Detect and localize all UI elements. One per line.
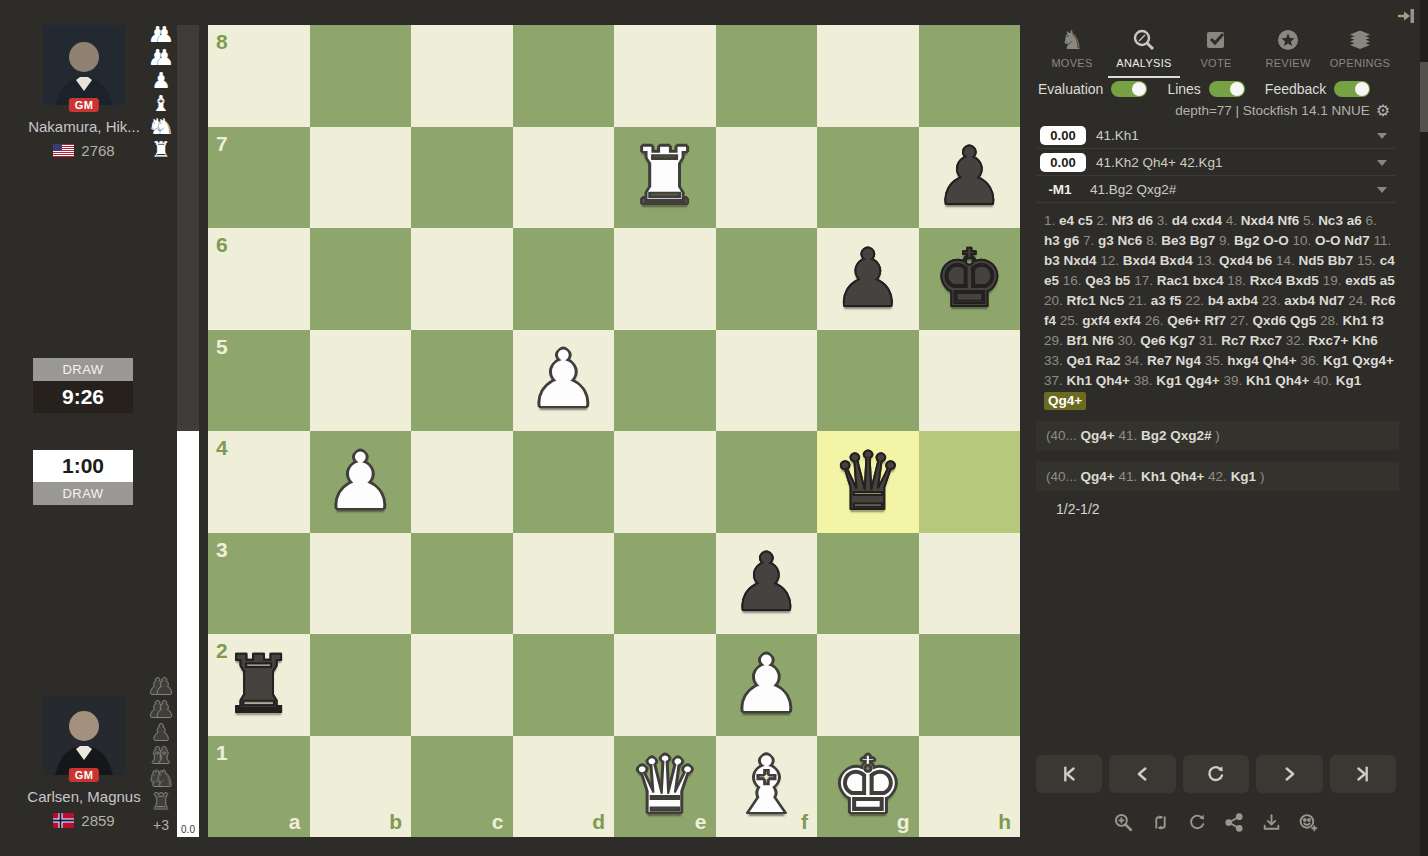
tab-moves[interactable]: ♞ MOVES xyxy=(1036,28,1108,78)
move-number: 19. xyxy=(1323,273,1346,288)
engine-status: depth=77 | Stockfish 14.1 NNUE ⚙ xyxy=(1175,101,1390,120)
move-white-11[interactable]: b3 xyxy=(1044,253,1060,268)
square-a8[interactable]: 8 xyxy=(208,25,310,127)
move-number: 1. xyxy=(1044,213,1059,228)
collapse-panel-button[interactable] xyxy=(1396,7,1416,25)
captured-rx1: ♜ xyxy=(151,139,171,160)
chevron-down-icon[interactable] xyxy=(1377,187,1387,193)
captured-px2: ♟♟ xyxy=(148,47,174,68)
file-label-h: h xyxy=(998,810,1011,834)
tab-analysis[interactable]: ANALYSIS xyxy=(1108,28,1180,78)
move-number: 2. xyxy=(1097,213,1112,228)
move-black-21[interactable]: f5 xyxy=(1169,293,1181,308)
engine-line-2[interactable]: 0.0041.Kh2 Qh4+ 42.Kg1 xyxy=(1036,149,1396,176)
square-d4[interactable] xyxy=(513,431,615,533)
move-black-30[interactable]: Kg7 xyxy=(1169,333,1195,348)
move-black-23[interactable]: Nd7 xyxy=(1319,293,1345,308)
square-g1[interactable]: g♚ xyxy=(817,736,919,838)
square-g3[interactable] xyxy=(817,533,919,635)
move-white-37[interactable]: Kh1 xyxy=(1067,373,1093,388)
move-black-26[interactable]: Rf7 xyxy=(1204,313,1226,328)
variation-line-2[interactable]: (40... Qg4+ 41. Kh1 Qh4+ 42. Kg1 ) xyxy=(1036,462,1399,491)
move-white-39[interactable]: Kh1 xyxy=(1246,373,1272,388)
move-number: 13. xyxy=(1196,253,1219,268)
move-number: 22. xyxy=(1185,293,1208,308)
player-bottom-avatar[interactable]: GM xyxy=(43,695,125,775)
move-black-25[interactable]: exf4 xyxy=(1114,313,1141,328)
move-number: 28. xyxy=(1320,313,1343,328)
square-c6[interactable] xyxy=(411,228,513,330)
move-white-5[interactable]: Nc3 xyxy=(1318,213,1343,228)
gm-badge: GM xyxy=(69,98,99,112)
piece-bR-a2[interactable]: ♜ xyxy=(208,634,310,736)
move-number: 10. xyxy=(1293,233,1316,248)
player-top-avatar[interactable]: GM xyxy=(43,25,125,105)
square-c2[interactable] xyxy=(411,634,513,736)
move-number: 15. xyxy=(1357,253,1380,268)
first-move-button[interactable] xyxy=(1036,755,1102,793)
move-white-3[interactable]: d4 xyxy=(1172,213,1188,228)
material-advantage: +3 xyxy=(143,817,179,833)
move-black-16[interactable]: b5 xyxy=(1115,273,1131,288)
square-a3[interactable]: 3 xyxy=(208,533,310,635)
square-d6[interactable] xyxy=(513,228,615,330)
move-white-6[interactable]: h3 xyxy=(1044,233,1060,248)
move-white-34[interactable]: Re7 xyxy=(1147,353,1172,368)
move-number: 18. xyxy=(1227,273,1250,288)
rank-label-4: 4 xyxy=(216,436,228,460)
move-black-11[interactable]: Nxd4 xyxy=(1064,253,1097,268)
move-black-36[interactable]: Qxg4+ xyxy=(1352,353,1394,368)
engine-line-1[interactable]: 0.0041.Kh1 xyxy=(1036,122,1396,149)
move-black-34[interactable]: Ng4 xyxy=(1175,353,1201,368)
square-b8[interactable] xyxy=(310,25,412,127)
square-c4[interactable] xyxy=(411,431,513,533)
move-white-1[interactable]: e4 xyxy=(1059,213,1074,228)
next-move-button[interactable] xyxy=(1256,755,1322,793)
square-c8[interactable] xyxy=(411,25,513,127)
clock-group-top: DRAW 9:26 xyxy=(33,358,133,413)
square-a5[interactable]: 5 xyxy=(208,330,310,432)
square-f3[interactable]: ♟ xyxy=(716,533,818,635)
move-navigation xyxy=(1036,755,1396,793)
move-number: 36. xyxy=(1300,353,1323,368)
share-icon[interactable] xyxy=(1223,810,1247,834)
move-number: 27. xyxy=(1230,313,1253,328)
square-g5[interactable] xyxy=(817,330,919,432)
file-label-b: b xyxy=(389,810,402,834)
square-d3[interactable] xyxy=(513,533,615,635)
piece-wK-g1[interactable]: ♚ xyxy=(817,736,919,838)
feedback-toggle[interactable] xyxy=(1334,81,1370,97)
reload-button[interactable] xyxy=(1183,755,1249,793)
move-black-24[interactable]: f4 xyxy=(1044,313,1056,328)
square-b6[interactable] xyxy=(310,228,412,330)
variation-number[interactable]: (40... xyxy=(1046,428,1081,443)
move-white-31[interactable]: Rc7 xyxy=(1221,333,1246,348)
chevron-down-icon[interactable] xyxy=(1377,133,1387,139)
move-number: 30. xyxy=(1118,333,1141,348)
move-white-28[interactable]: Kh1 xyxy=(1343,313,1369,328)
variation-line-1[interactable]: (40... Qg4+ 41. Bg2 Qxg2# ) xyxy=(1036,421,1399,450)
rank-label-6: 6 xyxy=(216,233,228,257)
move-black-5[interactable]: a6 xyxy=(1347,213,1362,228)
variation-number[interactable]: ) xyxy=(1260,469,1265,484)
square-a4[interactable]: 4 xyxy=(208,431,310,533)
variation-number[interactable]: 41. xyxy=(1118,469,1141,484)
norway-flag-icon xyxy=(53,813,74,828)
piece-wP-b4[interactable]: ♟ xyxy=(310,431,412,533)
avatar-photo-placeholder xyxy=(43,25,125,105)
move-black-22[interactable]: axb4 xyxy=(1227,293,1258,308)
move-number: 16. xyxy=(1063,273,1086,288)
move-number: 8. xyxy=(1146,233,1161,248)
move-number: 29. xyxy=(1044,333,1067,348)
move-white-20[interactable]: Rfc1 xyxy=(1067,293,1096,308)
move-black-31[interactable]: Rxc7 xyxy=(1250,333,1282,348)
captured-nx2: ♞♞ xyxy=(148,768,174,789)
rank-label-3: 3 xyxy=(216,538,228,562)
square-h2[interactable] xyxy=(919,634,1021,736)
variation-move[interactable]: Qg4+ xyxy=(1081,469,1119,484)
move-black-3[interactable]: cxd4 xyxy=(1191,213,1222,228)
clock-top: 9:26 xyxy=(33,381,133,413)
square-c3[interactable] xyxy=(411,533,513,635)
move-white-10[interactable]: O-O xyxy=(1315,233,1341,248)
move-white-19[interactable]: exd5 xyxy=(1345,273,1376,288)
tab-review[interactable]: REVIEW xyxy=(1252,28,1324,78)
square-b5[interactable] xyxy=(310,330,412,432)
move-white-27[interactable]: Qxd6 xyxy=(1252,313,1286,328)
piece-bQ-g4[interactable]: ♛ xyxy=(817,431,919,533)
lines-toggle[interactable] xyxy=(1209,81,1245,97)
move-black-13[interactable]: b6 xyxy=(1256,253,1272,268)
piece-wP-d5[interactable]: ♟ xyxy=(513,330,615,432)
square-f8[interactable] xyxy=(716,25,818,127)
square-h1[interactable]: h xyxy=(919,736,1021,838)
draw-offer-button-top[interactable]: DRAW xyxy=(33,358,133,381)
us-flag-icon xyxy=(53,144,74,157)
last-move-button[interactable] xyxy=(1330,755,1396,793)
move-black-14[interactable]: Bb7 xyxy=(1328,253,1354,268)
move-number: 38. xyxy=(1134,373,1157,388)
square-f4[interactable] xyxy=(716,431,818,533)
square-b7[interactable] xyxy=(310,127,412,229)
chevron-down-icon[interactable] xyxy=(1377,160,1387,166)
engine-line-3[interactable]: -M141.Bg2 Qxg2# xyxy=(1036,176,1396,203)
move-white-35[interactable]: hxg4 xyxy=(1227,353,1259,368)
move-number: 9. xyxy=(1219,233,1234,248)
piece-wR-e7[interactable]: ♜ xyxy=(614,127,716,229)
captured-px2: ♟♟ xyxy=(148,699,174,720)
move-black-28[interactable]: f3 xyxy=(1372,313,1384,328)
move-white-4[interactable]: Nxd4 xyxy=(1241,213,1274,228)
evaluation-bar-black-half xyxy=(177,25,199,431)
move-black-7[interactable]: Nc6 xyxy=(1118,233,1143,248)
game-result: 1/2-1/2 xyxy=(1056,501,1100,517)
square-d5[interactable]: ♟ xyxy=(513,330,615,432)
move-black-40[interactable]: Qg4+ xyxy=(1044,392,1086,410)
move-black-32[interactable]: Kh6 xyxy=(1352,333,1378,348)
move-white-16[interactable]: Qe3 xyxy=(1085,273,1111,288)
move-white-29[interactable]: Bf1 xyxy=(1067,333,1089,348)
square-h4[interactable] xyxy=(919,431,1021,533)
move-white-18[interactable]: Rxc4 xyxy=(1250,273,1282,288)
square-a7[interactable]: 7 xyxy=(208,127,310,229)
captured-pieces-bottom: ♟♟♟♟♟♝♝♞♞♜ xyxy=(143,676,179,812)
square-h3[interactable] xyxy=(919,533,1021,635)
move-white-33[interactable]: Qe1 xyxy=(1067,353,1093,368)
piece-bP-h7[interactable]: ♟ xyxy=(919,127,1021,229)
move-number: 5. xyxy=(1303,213,1318,228)
move-white-38[interactable]: Kg1 xyxy=(1156,373,1182,388)
piece-bK-h6[interactable]: ♚ xyxy=(919,228,1021,330)
move-black-12[interactable]: Bxd4 xyxy=(1160,253,1193,268)
square-e7[interactable]: ♜ xyxy=(614,127,716,229)
variation-move[interactable]: Kg1 xyxy=(1231,469,1260,484)
square-b1[interactable]: b xyxy=(310,736,412,838)
move-black-8[interactable]: Bg7 xyxy=(1190,233,1216,248)
previous-move-button[interactable] xyxy=(1109,755,1175,793)
square-c1[interactable]: c xyxy=(411,736,513,838)
square-h6[interactable]: ♚ xyxy=(919,228,1021,330)
move-number: 14. xyxy=(1276,253,1299,268)
evaluation-toggle[interactable] xyxy=(1111,81,1147,97)
analysis-panel: ♞ MOVES ANALYSIS VOTE REVIEW xyxy=(1036,0,1396,856)
panel-tabs: ♞ MOVES ANALYSIS VOTE REVIEW xyxy=(1036,28,1396,78)
analysis-zoom-icon[interactable] xyxy=(1112,810,1136,834)
square-e1[interactable]: e♛ xyxy=(614,736,716,838)
captured-bx2: ♝♝ xyxy=(148,745,174,766)
square-d7[interactable] xyxy=(513,127,615,229)
move-black-19[interactable]: a5 xyxy=(1380,273,1395,288)
move-number: 17. xyxy=(1134,273,1157,288)
move-white-21[interactable]: a3 xyxy=(1151,293,1166,308)
piece-bP-f3[interactable]: ♟ xyxy=(716,533,818,635)
move-white-9[interactable]: Bg2 xyxy=(1234,233,1260,248)
move-white-24[interactable]: Rc6 xyxy=(1371,293,1396,308)
file-label-a: a xyxy=(289,810,301,834)
square-d2[interactable] xyxy=(513,634,615,736)
move-number: 20. xyxy=(1044,293,1067,308)
square-e5[interactable] xyxy=(614,330,716,432)
move-white-36[interactable]: Kg1 xyxy=(1323,353,1349,368)
square-b2[interactable] xyxy=(310,634,412,736)
variation-move[interactable]: Kh1 Qh4+ xyxy=(1141,469,1208,484)
books-stack-icon xyxy=(1347,28,1373,52)
toggle-label-evaluation: Evaluation xyxy=(1038,81,1103,97)
captured-px1: ♟ xyxy=(151,70,171,91)
move-number: 6. xyxy=(1365,213,1376,228)
square-c5[interactable] xyxy=(411,330,513,432)
move-number: 23. xyxy=(1262,293,1285,308)
rank-label-8: 8 xyxy=(216,30,228,54)
move-black-29[interactable]: Nf6 xyxy=(1092,333,1114,348)
move-white-17[interactable]: Rac1 xyxy=(1157,273,1189,288)
square-g6[interactable]: ♟ xyxy=(817,228,919,330)
avatar-photo-placeholder xyxy=(43,695,125,775)
move-white-7[interactable]: g3 xyxy=(1098,233,1114,248)
move-black-15[interactable]: e5 xyxy=(1044,273,1059,288)
captured-bx1: ♝ xyxy=(151,93,171,114)
move-number: 12. xyxy=(1100,253,1123,268)
piece-wP-f2[interactable]: ♟ xyxy=(716,634,818,736)
square-h5[interactable] xyxy=(919,330,1021,432)
square-a2[interactable]: 2♜ xyxy=(208,634,310,736)
engine-settings-gear-icon[interactable]: ⚙ xyxy=(1376,101,1390,120)
move-number: 11. xyxy=(1374,233,1392,248)
move-black-6[interactable]: g6 xyxy=(1064,233,1080,248)
move-black-20[interactable]: Nc5 xyxy=(1100,293,1125,308)
move-white-23[interactable]: axb4 xyxy=(1284,293,1315,308)
rank-label-7: 7 xyxy=(216,132,228,156)
move-number: 3. xyxy=(1157,213,1172,228)
captured-nx2: ♞♞ xyxy=(148,116,174,137)
variation-number[interactable]: (40... xyxy=(1046,469,1081,484)
square-h8[interactable] xyxy=(919,25,1021,127)
move-black-4[interactable]: Nf6 xyxy=(1278,213,1300,228)
move-number: 25. xyxy=(1060,313,1083,328)
square-e6[interactable] xyxy=(614,228,716,330)
square-a1[interactable]: 1a xyxy=(208,736,310,838)
variation-number[interactable]: ) xyxy=(1215,428,1220,443)
move-black-9[interactable]: O-O xyxy=(1263,233,1289,248)
move-white-30[interactable]: Qe6 xyxy=(1140,333,1166,348)
star-circle-icon xyxy=(1276,28,1300,52)
file-label-c: c xyxy=(492,810,504,834)
chess-board[interactable]: 87♜♟6♟♚5♟4♟♛3♟2♜♟1abcde♛f♝g♚h xyxy=(208,25,1020,837)
move-white-22[interactable]: b4 xyxy=(1208,293,1224,308)
tab-vote[interactable]: VOTE xyxy=(1180,28,1252,78)
square-b3[interactable] xyxy=(310,533,412,635)
move-number: 39. xyxy=(1223,373,1246,388)
move-white-14[interactable]: Nd5 xyxy=(1299,253,1325,268)
engine-lines: 0.0041.Kh10.0041.Kh2 Qh4+ 42.Kg1-M141.Bg… xyxy=(1036,122,1396,203)
download-icon[interactable] xyxy=(1260,810,1284,834)
captured-px2: ♟♟ xyxy=(148,24,174,45)
move-white-32[interactable]: Rxc7+ xyxy=(1308,333,1348,348)
variation-move[interactable]: Bg2 Qxg2# xyxy=(1141,428,1215,443)
square-f6[interactable] xyxy=(716,228,818,330)
piece-bP-g6[interactable]: ♟ xyxy=(817,228,919,330)
square-g4[interactable]: ♛ xyxy=(817,431,919,533)
square-d1[interactable]: d xyxy=(513,736,615,838)
variation-number[interactable]: 42. xyxy=(1208,469,1231,484)
scrollbar-thumb[interactable] xyxy=(1420,62,1428,132)
move-black-35[interactable]: Qh4+ xyxy=(1263,353,1297,368)
square-f7[interactable] xyxy=(716,127,818,229)
move-list[interactable]: 1. e4 c5 2. Nf3 d6 3. d4 cxd4 4. Nxd4 Nf… xyxy=(1036,211,1396,411)
move-number: 7. xyxy=(1083,233,1098,248)
clock-group-bottom: 1:00 DRAW xyxy=(33,450,133,505)
move-number: 26. xyxy=(1145,313,1168,328)
variation-move[interactable]: Qg4+ xyxy=(1081,428,1119,443)
move-number: 33. xyxy=(1044,353,1067,368)
move-black-38[interactable]: Qg4+ xyxy=(1186,373,1220,388)
square-e2[interactable] xyxy=(614,634,716,736)
draw-offer-button-bottom[interactable]: DRAW xyxy=(33,482,133,505)
clock-bottom: 1:00 xyxy=(33,450,133,482)
move-white-2[interactable]: Nf3 xyxy=(1112,213,1134,228)
move-number: 4. xyxy=(1226,213,1241,228)
flip-board-icon[interactable] xyxy=(1149,810,1173,834)
move-black-17[interactable]: bxc4 xyxy=(1193,273,1224,288)
square-e8[interactable] xyxy=(614,25,716,127)
move-black-27[interactable]: Qg5 xyxy=(1290,313,1316,328)
square-f5[interactable] xyxy=(716,330,818,432)
move-black-37[interactable]: Qh4+ xyxy=(1096,373,1130,388)
move-white-25[interactable]: gxf4 xyxy=(1082,313,1110,328)
move-black-1[interactable]: c5 xyxy=(1078,213,1093,228)
move-number: 32. xyxy=(1286,333,1309,348)
square-g8[interactable] xyxy=(817,25,919,127)
move-black-39[interactable]: Qh4+ xyxy=(1275,373,1309,388)
square-h7[interactable]: ♟ xyxy=(919,127,1021,229)
square-f1[interactable]: f♝ xyxy=(716,736,818,838)
rank-label-1: 1 xyxy=(216,741,228,765)
captured-px2: ♟♟ xyxy=(148,676,174,697)
square-g7[interactable] xyxy=(817,127,919,229)
move-number: 24. xyxy=(1348,293,1371,308)
move-black-10[interactable]: Nd7 xyxy=(1344,233,1370,248)
add-reaction-icon[interactable] xyxy=(1297,810,1321,834)
evaluation-bar: 0.0 xyxy=(177,25,199,837)
board-tools xyxy=(1036,810,1396,834)
move-number: 21. xyxy=(1128,293,1151,308)
move-black-18[interactable]: Bxd5 xyxy=(1286,273,1319,288)
move-white-40[interactable]: Kg1 xyxy=(1336,373,1362,388)
move-white-13[interactable]: Qxd4 xyxy=(1219,253,1253,268)
gm-badge: GM xyxy=(69,768,99,782)
square-e4[interactable] xyxy=(614,431,716,533)
player-top-rating: 2768 xyxy=(81,142,114,159)
move-black-2[interactable]: d6 xyxy=(1137,213,1153,228)
move-white-8[interactable]: Be3 xyxy=(1161,233,1186,248)
captured-pieces-top: ♟♟♟♟♟♝♞♞♜ xyxy=(143,24,179,160)
evaluation-score: 0.0 xyxy=(177,824,199,835)
move-white-12[interactable]: Bxd4 xyxy=(1123,253,1156,268)
file-label-d: d xyxy=(592,810,605,834)
move-black-33[interactable]: Ra2 xyxy=(1096,353,1121,368)
rank-label-5: 5 xyxy=(216,335,228,359)
piece-wB-f1[interactable]: ♝ xyxy=(716,736,818,838)
square-a6[interactable]: 6 xyxy=(208,228,310,330)
variation-number[interactable]: 41. xyxy=(1118,428,1141,443)
move-number: 31. xyxy=(1199,333,1222,348)
move-number: 37. xyxy=(1044,373,1067,388)
move-number: 34. xyxy=(1124,353,1147,368)
chess-analysis-app: GM Nakamura, Hik... 2768 ♟♟♟♟♟♝♞♞♜ DRAW … xyxy=(0,0,1428,856)
player-bottom-rating: 2859 xyxy=(81,812,114,829)
square-d8[interactable] xyxy=(513,25,615,127)
move-white-26[interactable]: Qe6+ xyxy=(1167,313,1200,328)
tab-openings[interactable]: OPENINGS xyxy=(1324,28,1396,78)
captured-rx1: ♜ xyxy=(151,791,171,812)
move-number: 35. xyxy=(1205,353,1228,368)
magnifier-icon xyxy=(1132,28,1156,52)
square-f2[interactable]: ♟ xyxy=(716,634,818,736)
piece-wQ-e1[interactable]: ♛ xyxy=(614,736,716,838)
square-e3[interactable] xyxy=(614,533,716,635)
captured-px1: ♟ xyxy=(151,722,171,743)
square-c7[interactable] xyxy=(411,127,513,229)
pawn-piece-icon: ♞ xyxy=(1060,28,1084,52)
square-g2[interactable] xyxy=(817,634,919,736)
scrollbar xyxy=(1420,0,1428,856)
move-white-15[interactable]: c4 xyxy=(1380,253,1395,268)
square-b4[interactable]: ♟ xyxy=(310,431,412,533)
reset-analysis-icon[interactable] xyxy=(1186,810,1210,834)
